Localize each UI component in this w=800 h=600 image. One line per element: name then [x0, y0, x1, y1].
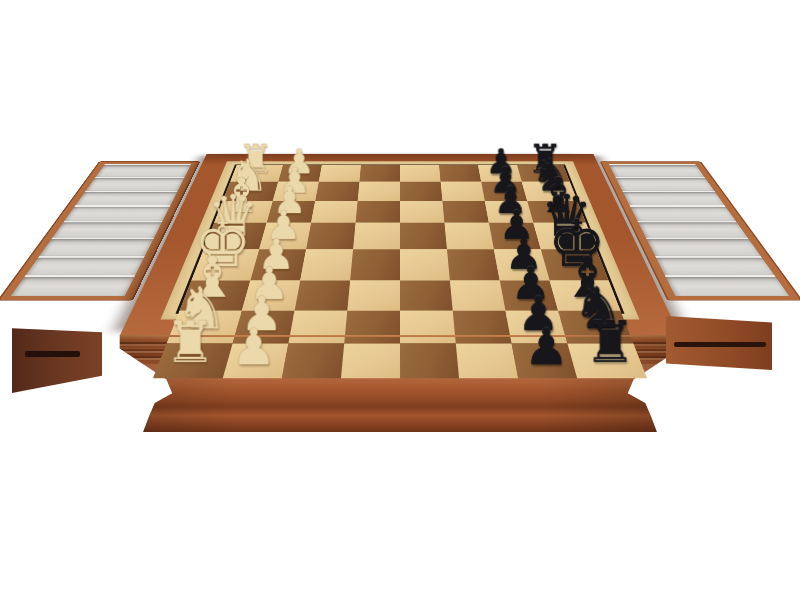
square[interactable] — [344, 311, 400, 344]
drawer-compartment — [76, 191, 178, 206]
square[interactable] — [447, 249, 500, 280]
square[interactable] — [294, 281, 350, 311]
drawer-compartment — [615, 177, 714, 191]
drawer-compartment — [622, 191, 724, 206]
square[interactable] — [456, 344, 519, 379]
board-margin: ♜♟♟♜♞♟♟♞♝♟♟♝♛♟♟♛♚♟♟♚♝♟♟♝♞♟♟♞♜♟♟♜ — [161, 161, 640, 319]
chess-board: ♜♟♟♜♞♟♟♞♝♟♟♝♛♟♟♛♚♟♟♚♝♟♟♝♞♟♟♞♜♟♟♜ — [120, 154, 680, 335]
square[interactable] — [306, 223, 356, 250]
square[interactable] — [400, 281, 453, 311]
square[interactable]: ♜ — [153, 344, 232, 379]
right-drawer-front — [666, 316, 772, 370]
black-pawn[interactable]: ♟ — [524, 322, 569, 372]
square[interactable] — [450, 281, 506, 311]
square[interactable] — [453, 311, 512, 344]
left-drawer-pull-slot — [25, 351, 81, 357]
square[interactable] — [400, 311, 456, 344]
white-pawn[interactable]: ♟ — [231, 322, 276, 372]
right-drawer-pull-slot — [674, 342, 765, 347]
square[interactable]: ♟ — [222, 344, 288, 379]
square[interactable] — [400, 201, 445, 223]
square[interactable] — [359, 165, 400, 182]
square[interactable] — [400, 249, 450, 280]
square[interactable] — [319, 165, 361, 182]
square[interactable] — [350, 249, 400, 280]
black-rook[interactable]: ♜ — [584, 314, 635, 371]
square[interactable] — [441, 182, 485, 201]
drawer-compartment — [665, 275, 789, 296]
square[interactable]: ♟ — [512, 344, 578, 379]
square[interactable] — [400, 344, 459, 379]
drawer-compartment — [630, 205, 736, 221]
white-rook[interactable]: ♜ — [165, 314, 216, 371]
drawer-compartment — [52, 221, 162, 238]
chess-box-set: ♜♟♟♜♞♟♟♞♝♟♟♝♛♟♟♛♚♟♟♚♝♟♟♝♞♟♟♞♜♟♟♜ — [0, 0, 800, 600]
square[interactable] — [282, 344, 345, 379]
square[interactable] — [300, 249, 353, 280]
left-drawer-front — [12, 327, 102, 393]
drawer-compartment — [646, 238, 761, 256]
drawer-compartment — [655, 256, 774, 275]
square[interactable] — [315, 182, 359, 201]
drawer-compartment — [11, 275, 135, 296]
square[interactable] — [347, 281, 400, 311]
square[interactable]: ♜ — [568, 344, 647, 379]
square[interactable] — [445, 223, 495, 250]
square[interactable] — [400, 223, 447, 250]
drawer-compartment — [26, 256, 145, 275]
drawer-compartment — [40, 238, 155, 256]
square[interactable] — [443, 201, 490, 223]
board-plane: ♜♟♟♜♞♟♟♞♝♟♟♝♛♟♟♛♚♟♟♚♝♟♟♝♞♟♟♞♜♟♟♜ — [0, 154, 800, 335]
square[interactable] — [439, 165, 481, 182]
square[interactable] — [288, 311, 347, 344]
square[interactable] — [355, 201, 400, 223]
drawer-compartment — [86, 177, 185, 191]
board-grid: ♜♟♟♜♞♟♟♞♝♟♟♝♛♟♟♛♚♟♟♚♝♟♟♝♞♟♟♞♜♟♟♜ — [179, 165, 621, 312]
square[interactable] — [311, 201, 358, 223]
drawer-compartment — [609, 164, 705, 177]
drawer-compartment — [64, 205, 170, 221]
square[interactable] — [353, 223, 400, 250]
square[interactable] — [357, 182, 400, 201]
square[interactable] — [341, 344, 400, 379]
square[interactable] — [400, 182, 443, 201]
square[interactable] — [400, 165, 441, 182]
drawer-compartment — [96, 164, 192, 177]
drawer-compartment — [637, 221, 747, 238]
board-inlay-line: ♜♟♟♜♞♟♟♞♝♟♟♝♛♟♟♛♚♟♟♚♝♟♟♝♞♟♟♞♜♟♟♜ — [175, 164, 624, 313]
